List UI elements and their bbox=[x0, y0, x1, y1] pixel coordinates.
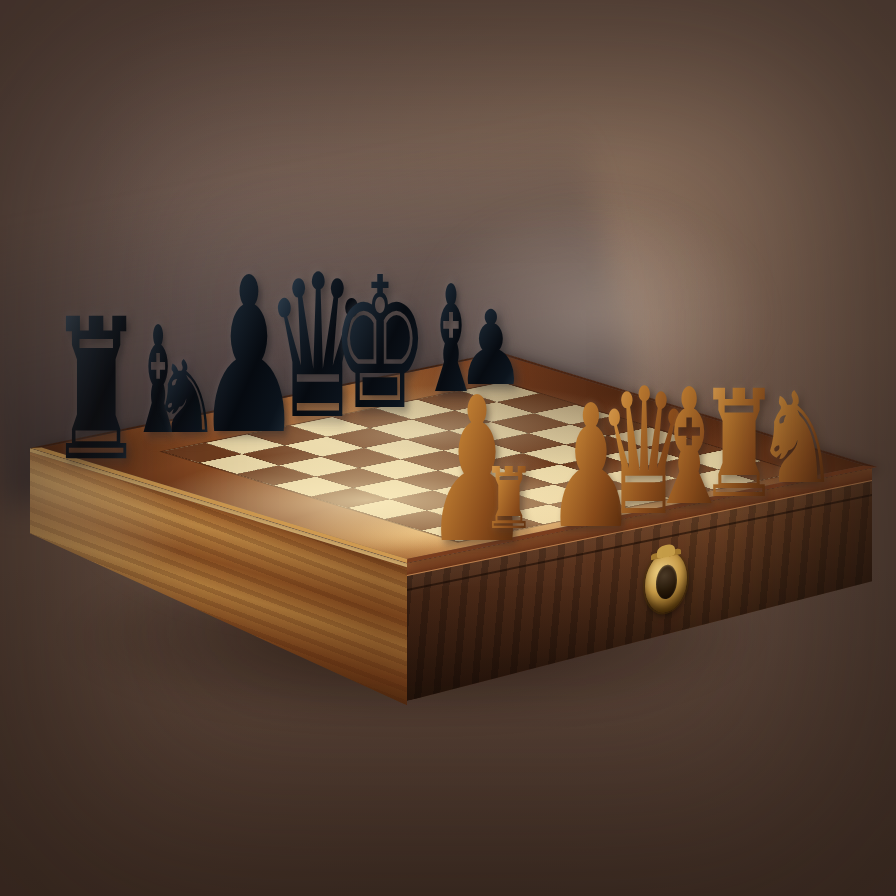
scene: ♜♝♞♟♛♚♝♟♟♜♟♛♝♜♞ bbox=[0, 0, 896, 896]
vignette bbox=[0, 0, 896, 896]
